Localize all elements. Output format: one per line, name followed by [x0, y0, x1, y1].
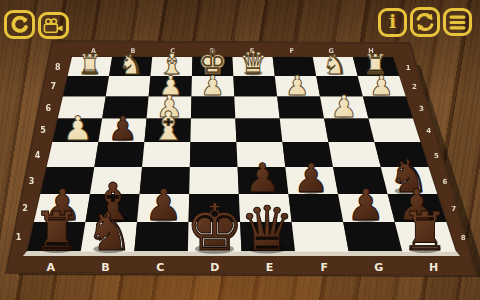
- square-d5[interactable]: [190, 119, 236, 143]
- chess-board[interactable]: ABCDEFGHABCDEFGH8172635445362718♜♞♝♚♛♞♜♟…: [0, 0, 480, 300]
- piece-cream-rook-a8[interactable]: ♜: [78, 48, 103, 81]
- rank-label-right-7: 7: [451, 205, 456, 213]
- square-e6[interactable]: [234, 97, 279, 119]
- rank-label-right-3: 3: [419, 105, 424, 113]
- video-camera-icon: [43, 18, 64, 34]
- record-video-button[interactable]: [38, 12, 69, 39]
- rank-label-right-1: 1: [406, 64, 411, 72]
- piece-brown-pawn-g2[interactable]: ♟: [347, 180, 386, 230]
- game-screen: ABCDEFGHABCDEFGH8172635445362718♜♞♝♚♛♞♜♟…: [0, 0, 480, 300]
- piece-brown-king-d1[interactable]: ♚: [185, 190, 243, 265]
- square-d4[interactable]: [190, 142, 238, 167]
- rotate-icon: [10, 15, 29, 34]
- rank-label-left-7: 7: [50, 82, 56, 91]
- rank-label-right-2: 2: [412, 83, 417, 91]
- hamburger-icon: [449, 15, 466, 30]
- piece-cream-pawn-d7[interactable]: ♟: [201, 70, 225, 101]
- square-h5[interactable]: [368, 119, 420, 143]
- rank-label-left-6: 6: [46, 104, 52, 113]
- piece-brown-pawn-f3[interactable]: ♟: [293, 155, 329, 201]
- info-icon: i: [389, 12, 396, 31]
- rank-label-left-2: 2: [22, 204, 28, 213]
- piece-brown-queen-e1[interactable]: ♛: [240, 193, 295, 264]
- square-f1[interactable]: [292, 222, 349, 252]
- rank-label-left-8: 8: [55, 63, 61, 72]
- piece-brown-rook-a1[interactable]: ♜: [33, 200, 81, 263]
- piece-cream-queen-e8[interactable]: ♛: [239, 44, 268, 81]
- piece-brown-pawn-c2[interactable]: ♟: [144, 180, 183, 230]
- piece-cream-knight-b8[interactable]: ♞: [119, 48, 144, 81]
- piece-cream-pawn-h7[interactable]: ♟: [369, 70, 393, 101]
- rank-label-right-6: 6: [442, 178, 447, 186]
- file-label-bottom-C: C: [156, 261, 164, 274]
- piece-brown-rook-h1[interactable]: ♜: [401, 200, 449, 263]
- piece-cream-pawn-a5[interactable]: ♟: [63, 109, 93, 148]
- rank-label-left-4: 4: [35, 151, 41, 160]
- file-label-bottom-G: G: [374, 261, 383, 274]
- rotate-view-button[interactable]: [4, 10, 35, 39]
- rank-label-left-3: 3: [29, 177, 35, 186]
- piece-cream-pawn-f7[interactable]: ♟: [285, 70, 309, 101]
- piece-brown-pawn-b5[interactable]: ♟: [108, 109, 138, 148]
- rank-label-left-1: 1: [16, 233, 22, 242]
- rank-label-right-4: 4: [426, 127, 431, 135]
- piece-cream-knight-g8[interactable]: ♞: [323, 48, 348, 81]
- square-e5[interactable]: [235, 119, 282, 143]
- square-f5[interactable]: [280, 119, 329, 143]
- rank-label-right-8: 8: [461, 234, 466, 242]
- restart-icon: [415, 12, 435, 32]
- menu-button[interactable]: [443, 8, 472, 36]
- info-button[interactable]: i: [378, 8, 407, 37]
- piece-cream-bishop-c5[interactable]: ♝: [150, 103, 186, 150]
- file-label-bottom-F: F: [320, 261, 328, 274]
- file-label-top-F: F: [289, 47, 293, 55]
- piece-cream-pawn-g6[interactable]: ♟: [330, 89, 357, 124]
- rank-label-left-5: 5: [40, 126, 46, 135]
- rank-label-right-5: 5: [434, 152, 439, 160]
- restart-button[interactable]: [410, 7, 440, 37]
- square-g4[interactable]: [328, 142, 380, 167]
- piece-brown-knight-b1[interactable]: ♞: [85, 200, 133, 263]
